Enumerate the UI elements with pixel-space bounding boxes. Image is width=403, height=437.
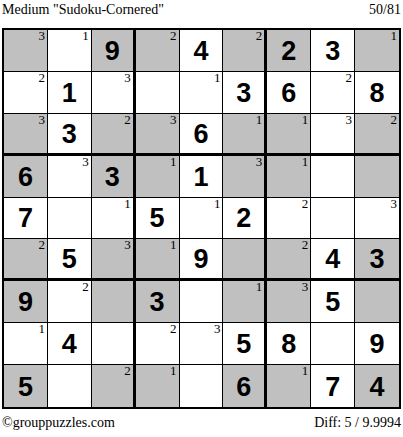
corner-clue: 1 — [391, 29, 398, 43]
cell-r3c1[interactable]: 3 — [4, 114, 48, 156]
corner-clue: 3 — [302, 280, 309, 294]
header: Medium "Sudoku-Cornered" 50/81 — [0, 0, 403, 28]
cell-value: 8 — [370, 78, 385, 107]
cell-r1c1[interactable]: 3 — [4, 30, 48, 72]
corner-clue: 2 — [302, 238, 309, 252]
cell-r8c2[interactable]: 4 — [48, 323, 92, 365]
cell-r5c8[interactable] — [311, 198, 355, 240]
cell-r7c9[interactable] — [355, 281, 399, 323]
cell-r2c4[interactable] — [136, 72, 180, 114]
cell-value: 4 — [325, 244, 340, 273]
cell-r8c9[interactable]: 9 — [355, 323, 399, 365]
cell-r1c6[interactable]: 2 — [223, 30, 267, 72]
cell-r4c3[interactable]: 3 — [92, 156, 136, 198]
cell-value: 6 — [281, 78, 296, 107]
corner-clue: 3 — [124, 238, 131, 252]
corner-clue: 1 — [214, 71, 221, 85]
cell-r5c4[interactable]: 5 — [136, 198, 180, 240]
cell-value: 6 — [236, 372, 251, 401]
cell-value: 4 — [370, 372, 385, 401]
cell-r6c5[interactable]: 9 — [180, 239, 224, 281]
corner-clue: 2 — [170, 322, 177, 336]
cell-r5c5[interactable]: 1 — [180, 198, 224, 240]
cell-value: 2 — [236, 203, 251, 232]
corner-clue: 2 — [38, 238, 45, 252]
corner-clue: 3 — [124, 71, 131, 85]
cell-r9c1[interactable]: 5 — [4, 365, 48, 407]
cell-r8c6[interactable]: 5 — [223, 323, 267, 365]
corner-clue: 1 — [302, 155, 309, 169]
cell-r8c4[interactable]: 2 — [136, 323, 180, 365]
cell-value: 3 — [236, 78, 251, 107]
corner-clue: 1 — [170, 364, 177, 378]
cell-value: 8 — [281, 329, 296, 358]
cell-r4c6[interactable]: 3 — [223, 156, 267, 198]
cell-r9c8[interactable]: 7 — [311, 365, 355, 407]
cell-r7c3[interactable] — [92, 281, 136, 323]
cell-r1c7[interactable]: 2 — [267, 30, 311, 72]
cell-r9c9[interactable]: 4 — [355, 365, 399, 407]
corner-clue: 2 — [38, 71, 45, 85]
cell-r7c7[interactable]: 3 — [267, 281, 311, 323]
cell-value: 3 — [325, 36, 340, 65]
difficulty-text: Diff: 5 / 9.9994 — [314, 415, 401, 431]
corner-clue: 2 — [124, 113, 131, 127]
cell-r6c9[interactable]: 3 — [355, 239, 399, 281]
corner-clue: 3 — [214, 322, 221, 336]
cell-value: 6 — [18, 162, 33, 191]
cell-r4c2[interactable]: 3 — [48, 156, 92, 198]
cell-r9c3[interactable]: 2 — [92, 365, 136, 407]
cell-value: 1 — [193, 162, 208, 191]
cell-value: 3 — [105, 162, 120, 191]
cell-r7c6[interactable]: 1 — [223, 281, 267, 323]
cell-r9c6[interactable]: 6 — [223, 365, 267, 407]
cell-r5c2[interactable] — [48, 198, 92, 240]
cell-r8c3[interactable] — [92, 323, 136, 365]
cell-value: 5 — [150, 203, 165, 232]
corner-clue: 2 — [124, 364, 131, 378]
cell-r3c8[interactable]: 3 — [311, 114, 355, 156]
corner-clue: 2 — [391, 113, 398, 127]
corner-clue: 3 — [82, 155, 89, 169]
cell-r2c6[interactable]: 3 — [223, 72, 267, 114]
cell-value: 3 — [62, 119, 77, 148]
cell-r5c3[interactable]: 1 — [92, 198, 136, 240]
cell-value: 2 — [281, 36, 296, 65]
cell-value: 9 — [18, 287, 33, 316]
cell-r1c3[interactable]: 9 — [92, 30, 136, 72]
corner-clue: 3 — [391, 197, 398, 211]
cell-r4c5[interactable]: 1 — [180, 156, 224, 198]
cell-value: 7 — [325, 372, 340, 401]
cell-value: 5 — [18, 372, 33, 401]
cell-value: 3 — [150, 287, 165, 316]
cell-r5c6[interactable]: 2 — [223, 198, 267, 240]
copyright-text: ©grouppuzzles.com — [2, 415, 115, 431]
cell-r8c5[interactable]: 3 — [180, 323, 224, 365]
cell-value: 5 — [325, 287, 340, 316]
page-title: Medium "Sudoku-Cornered" — [2, 2, 164, 18]
cell-r4c7[interactable]: 1 — [267, 156, 311, 198]
cell-value: 4 — [62, 329, 77, 358]
cell-r2c5[interactable]: 1 — [180, 72, 224, 114]
footer: ©grouppuzzles.com Diff: 5 / 9.9994 — [0, 409, 403, 435]
cell-r2c7[interactable]: 6 — [267, 72, 311, 114]
corner-clue: 1 — [38, 322, 45, 336]
cell-value: 9 — [193, 244, 208, 273]
cell-r1c5[interactable]: 4 — [180, 30, 224, 72]
corner-clue: 1 — [82, 29, 89, 43]
cell-r4c4[interactable]: 1 — [136, 156, 180, 198]
cell-r1c4[interactable]: 2 — [136, 30, 180, 72]
cell-r4c9[interactable] — [355, 156, 399, 198]
corner-clue: 1 — [256, 280, 263, 294]
cell-r3c7[interactable]: 1 — [267, 114, 311, 156]
progress-counter: 50/81 — [369, 2, 401, 18]
cell-r7c5[interactable] — [180, 281, 224, 323]
cell-value: 5 — [236, 329, 251, 358]
cell-r6c7[interactable]: 2 — [267, 239, 311, 281]
cell-r9c7[interactable]: 1 — [267, 365, 311, 407]
cell-value: 1 — [62, 78, 77, 107]
cell-r9c2[interactable] — [48, 365, 92, 407]
cell-value: 3 — [370, 244, 385, 273]
cell-r9c4[interactable]: 1 — [136, 365, 180, 407]
cell-r3c5[interactable]: 6 — [180, 114, 224, 156]
corner-clue: 2 — [82, 280, 89, 294]
cell-value: 6 — [193, 119, 208, 148]
cell-r7c4[interactable]: 3 — [136, 281, 180, 323]
cell-r5c7[interactable]: 2 — [267, 198, 311, 240]
cell-r3c2[interactable]: 3 — [48, 114, 92, 156]
cell-r9c5[interactable] — [180, 365, 224, 407]
cell-value: 9 — [105, 36, 120, 65]
cell-r6c6[interactable] — [223, 239, 267, 281]
cell-r3c9[interactable]: 2 — [355, 114, 399, 156]
cell-r6c1[interactable]: 2 — [4, 239, 48, 281]
corner-clue: 2 — [346, 71, 353, 85]
corner-clue: 3 — [256, 155, 263, 169]
corner-clue: 3 — [38, 29, 45, 43]
cell-r2c8[interactable]: 2 — [311, 72, 355, 114]
cell-r8c1[interactable]: 1 — [4, 323, 48, 365]
corner-clue: 2 — [170, 29, 177, 43]
corner-clue: 1 — [170, 155, 177, 169]
cell-value: 5 — [62, 244, 77, 273]
cell-r3c6[interactable]: 1 — [223, 114, 267, 156]
corner-clue: 1 — [302, 364, 309, 378]
cell-value: 7 — [18, 203, 33, 232]
cell-r6c3[interactable]: 3 — [92, 239, 136, 281]
cell-r2c9[interactable]: 8 — [355, 72, 399, 114]
cell-r1c8[interactable]: 3 — [311, 30, 355, 72]
sudoku-board: 3192422312131362833236113263311317151223… — [2, 28, 401, 409]
cell-r2c2[interactable]: 1 — [48, 72, 92, 114]
cell-r7c8[interactable]: 5 — [311, 281, 355, 323]
cell-r1c9[interactable]: 1 — [355, 30, 399, 72]
cell-r3c4[interactable]: 3 — [136, 114, 180, 156]
cell-r6c4[interactable]: 1 — [136, 239, 180, 281]
cell-r1c2[interactable]: 1 — [48, 30, 92, 72]
cell-value: 4 — [193, 36, 208, 65]
corner-clue: 2 — [302, 197, 309, 211]
corner-clue: 3 — [38, 113, 45, 127]
corner-clue: 3 — [346, 113, 353, 127]
corner-clue: 1 — [256, 113, 263, 127]
cell-value: 9 — [370, 329, 385, 358]
cell-r3c3[interactable]: 2 — [92, 114, 136, 156]
cell-r8c7[interactable]: 8 — [267, 323, 311, 365]
cell-r6c2[interactable]: 5 — [48, 239, 92, 281]
corner-clue: 1 — [302, 113, 309, 127]
cell-r5c9[interactable]: 3 — [355, 198, 399, 240]
cell-r7c2[interactable]: 2 — [48, 281, 92, 323]
corner-clue: 1 — [214, 197, 221, 211]
corner-clue: 3 — [170, 113, 177, 127]
corner-clue: 2 — [256, 29, 263, 43]
corner-clue: 1 — [124, 197, 131, 211]
cell-r4c1[interactable]: 6 — [4, 156, 48, 198]
cell-r7c1[interactable]: 9 — [4, 281, 48, 323]
corner-clue: 1 — [170, 238, 177, 252]
cell-r6c8[interactable]: 4 — [311, 239, 355, 281]
cell-r2c1[interactable]: 2 — [4, 72, 48, 114]
cell-r4c8[interactable] — [311, 156, 355, 198]
cell-r2c3[interactable]: 3 — [92, 72, 136, 114]
cell-r5c1[interactable]: 7 — [4, 198, 48, 240]
cell-r8c8[interactable] — [311, 323, 355, 365]
